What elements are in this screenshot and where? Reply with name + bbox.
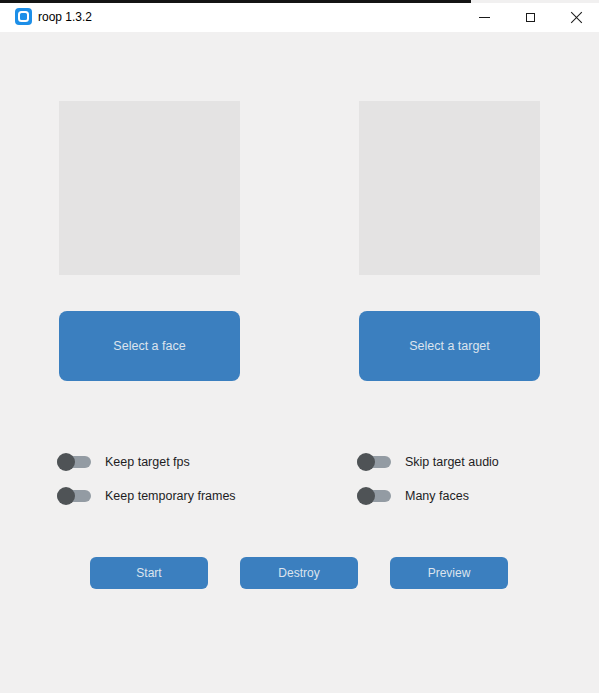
switch-label: Keep temporary frames (105, 489, 236, 503)
preview-button[interactable]: Preview (390, 557, 508, 589)
app-icon-inner-square (18, 11, 29, 22)
app-icon (15, 8, 32, 25)
maximize-icon (526, 13, 535, 22)
face-preview-placeholder (59, 101, 240, 275)
switch-keep-temporary-frames[interactable]: Keep temporary frames (57, 487, 236, 505)
toggle-off-icon (357, 453, 391, 471)
toggle-off-icon (57, 487, 91, 505)
switch-keep-target-fps[interactable]: Keep target fps (57, 453, 190, 471)
switch-many-faces[interactable]: Many faces (357, 487, 469, 505)
start-button[interactable]: Start (90, 557, 208, 589)
toggle-off-icon (357, 487, 391, 505)
switch-label: Many faces (405, 489, 469, 503)
close-icon (570, 11, 583, 24)
maximize-button[interactable] (507, 3, 553, 32)
select-face-button[interactable]: Select a face (59, 311, 240, 381)
minimize-button[interactable] (461, 3, 507, 32)
window-title: roop 1.3.2 (38, 3, 92, 32)
switch-label: Keep target fps (105, 455, 190, 469)
minimize-icon (479, 17, 490, 18)
close-button[interactable] (553, 3, 599, 32)
window-controls (461, 3, 599, 32)
switch-label: Skip target audio (405, 455, 499, 469)
titlebar: roop 1.3.2 (0, 3, 599, 32)
toggle-off-icon (57, 453, 91, 471)
destroy-button[interactable]: Destroy (240, 557, 358, 589)
app-window: roop 1.3.2 Select a face Select a target… (0, 0, 599, 693)
target-preview-placeholder (359, 101, 540, 275)
select-target-button[interactable]: Select a target (359, 311, 540, 381)
switch-skip-target-audio[interactable]: Skip target audio (357, 453, 499, 471)
